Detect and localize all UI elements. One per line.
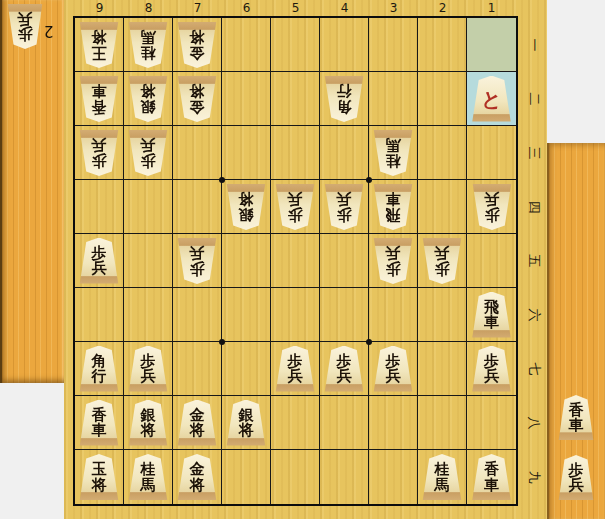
square-5五[interactable]	[271, 234, 320, 288]
square-3七[interactable]: 歩兵	[369, 342, 418, 396]
square-7七[interactable]	[173, 342, 222, 396]
piece-kanji: 歩兵	[141, 354, 156, 385]
piece-kanji: 飛車	[386, 191, 401, 222]
square-1九[interactable]: 香車	[467, 450, 516, 504]
square-7一[interactable]: 金将	[173, 18, 222, 72]
row-labels: 一二三四五六七八九	[520, 18, 546, 504]
square-9五[interactable]: 歩兵	[75, 234, 124, 288]
piece-sente-歩兵[interactable]: 歩兵	[558, 455, 594, 500]
piece-kanji: 桂馬	[141, 29, 156, 60]
square-4五[interactable]	[320, 234, 369, 288]
square-3六[interactable]	[369, 288, 418, 342]
column-labels: 987654321	[75, 0, 516, 17]
square-7八[interactable]: 金将	[173, 396, 222, 450]
gote-hand-tray: 歩兵2	[0, 0, 64, 383]
piece-kanji: 香車	[569, 403, 584, 434]
square-1三[interactable]	[467, 126, 516, 180]
piece-kanji: 角行	[92, 354, 107, 385]
star-point	[366, 177, 372, 183]
piece-sente-飛車[interactable]: 飛車	[472, 292, 512, 338]
piece-gote-歩兵[interactable]: 歩兵	[422, 238, 462, 284]
piece-kanji: 金将	[190, 83, 205, 114]
square-1五[interactable]	[467, 234, 516, 288]
piece-gote-歩兵[interactable]: 歩兵	[79, 130, 119, 176]
square-9二[interactable]: 香車	[75, 72, 124, 126]
square-2七[interactable]	[418, 342, 467, 396]
piece-sente-香車[interactable]: 香車	[472, 454, 512, 500]
piece-gote-歩兵[interactable]: 歩兵	[177, 238, 217, 284]
piece-kanji: 香車	[484, 462, 499, 493]
piece-kanji: 歩兵	[92, 246, 107, 277]
square-4三[interactable]	[320, 126, 369, 180]
star-point	[219, 177, 225, 183]
square-2四[interactable]	[418, 180, 467, 234]
piece-kanji: 桂馬	[141, 462, 156, 493]
shogi-board: 987654321 王将桂馬金将香車銀将金将角行と歩兵歩兵桂馬銀将歩兵歩兵飛車歩…	[64, 0, 547, 519]
square-8六[interactable]	[124, 288, 173, 342]
piece-kanji: 歩兵	[386, 245, 401, 276]
piece-kanji: 香車	[92, 83, 107, 114]
star-point	[219, 339, 225, 345]
square-3三[interactable]: 桂馬	[369, 126, 418, 180]
square-3五[interactable]: 歩兵	[369, 234, 418, 288]
square-8二[interactable]: 銀将	[124, 72, 173, 126]
piece-kanji: 桂馬	[435, 462, 450, 493]
square-4四[interactable]: 歩兵	[320, 180, 369, 234]
piece-kanji: 桂馬	[386, 137, 401, 168]
piece-kanji: 歩兵	[190, 245, 205, 276]
square-4九[interactable]	[320, 450, 369, 504]
piece-kanji: 銀将	[141, 83, 156, 114]
piece-gote-飛車[interactable]: 飛車	[373, 184, 413, 230]
star-point	[366, 339, 372, 345]
piece-sente-歩兵[interactable]: 歩兵	[324, 346, 364, 392]
square-9九[interactable]: 玉将	[75, 450, 124, 504]
square-4六[interactable]	[320, 288, 369, 342]
piece-kanji: 飛車	[484, 300, 499, 331]
piece-kanji: 角行	[337, 83, 352, 114]
square-5七[interactable]: 歩兵	[271, 342, 320, 396]
square-7二[interactable]: 金将	[173, 72, 222, 126]
piece-sente-歩兵[interactable]: 歩兵	[275, 346, 315, 392]
square-3四[interactable]: 飛車	[369, 180, 418, 234]
hand-count: 2	[44, 22, 54, 40]
piece-gote-金将[interactable]: 金将	[177, 76, 217, 122]
piece-gote-桂馬[interactable]: 桂馬	[128, 22, 168, 68]
row-label-一: 一	[520, 18, 546, 72]
shogi-app: 歩兵2 987654321 王将桂馬金将香車銀将金将角行と歩兵歩兵桂馬銀将歩兵歩…	[0, 0, 605, 519]
piece-sente-桂馬[interactable]: 桂馬	[422, 454, 462, 500]
square-6九[interactable]	[222, 450, 271, 504]
piece-gote-桂馬[interactable]: 桂馬	[373, 130, 413, 176]
piece-kanji: 歩兵	[288, 191, 303, 222]
piece-kanji: 歩兵	[386, 354, 401, 385]
square-8九[interactable]: 桂馬	[124, 450, 173, 504]
square-3一[interactable]	[369, 18, 418, 72]
square-2五[interactable]: 歩兵	[418, 234, 467, 288]
square-6二[interactable]	[222, 72, 271, 126]
piece-kanji: 歩兵	[435, 245, 450, 276]
piece-sente-香車[interactable]: 香車	[558, 395, 594, 440]
piece-sente-銀将[interactable]: 銀将	[128, 400, 168, 446]
row-label-六: 六	[520, 288, 546, 342]
board-grid: 王将桂馬金将香車銀将金将角行と歩兵歩兵桂馬銀将歩兵歩兵飛車歩兵歩兵歩兵歩兵歩兵飛…	[73, 16, 518, 506]
piece-gote-王将[interactable]: 王将	[79, 22, 119, 68]
column-label-3: 3	[369, 0, 418, 17]
piece-kanji: 歩兵	[484, 354, 499, 385]
row-label-五: 五	[520, 234, 546, 288]
piece-gote-歩兵[interactable]: 歩兵	[275, 184, 315, 230]
piece-kanji: 歩兵	[92, 137, 107, 168]
piece-kanji: 銀将	[239, 191, 254, 222]
square-5九[interactable]	[271, 450, 320, 504]
piece-sente-香車[interactable]: 香車	[79, 400, 119, 446]
square-7六[interactable]	[173, 288, 222, 342]
square-8一[interactable]: 桂馬	[124, 18, 173, 72]
square-1八[interactable]	[467, 396, 516, 450]
square-6六[interactable]	[222, 288, 271, 342]
square-6五[interactable]	[222, 234, 271, 288]
piece-kanji: 銀将	[239, 408, 254, 439]
square-8三[interactable]: 歩兵	[124, 126, 173, 180]
square-7五[interactable]: 歩兵	[173, 234, 222, 288]
column-label-5: 5	[271, 0, 320, 17]
square-5三[interactable]	[271, 126, 320, 180]
square-6四[interactable]: 銀将	[222, 180, 271, 234]
square-5六[interactable]	[271, 288, 320, 342]
square-9七[interactable]: 角行	[75, 342, 124, 396]
piece-sente-歩兵[interactable]: 歩兵	[79, 238, 119, 284]
square-9四[interactable]	[75, 180, 124, 234]
piece-kanji: 歩兵	[484, 191, 499, 222]
square-1六[interactable]: 飛車	[467, 288, 516, 342]
square-8八[interactable]: 銀将	[124, 396, 173, 450]
piece-gote-香車[interactable]: 香車	[79, 76, 119, 122]
square-8七[interactable]: 歩兵	[124, 342, 173, 396]
row-label-九: 九	[520, 450, 546, 504]
piece-gote-金将[interactable]: 金将	[177, 22, 217, 68]
piece-kanji: 歩兵	[288, 354, 303, 385]
square-3九[interactable]	[369, 450, 418, 504]
square-9八[interactable]: 香車	[75, 396, 124, 450]
square-3二[interactable]	[369, 72, 418, 126]
row-label-四: 四	[520, 180, 546, 234]
row-label-七: 七	[520, 342, 546, 396]
piece-gote-歩兵[interactable]: 歩兵	[128, 130, 168, 176]
piece-kanji: 金将	[190, 29, 205, 60]
sente-hand-tray: 香車歩兵	[547, 143, 605, 519]
piece-kanji: 玉将	[92, 462, 107, 493]
square-1四[interactable]: 歩兵	[467, 180, 516, 234]
square-7九[interactable]: 金将	[173, 450, 222, 504]
column-label-2: 2	[418, 0, 467, 17]
piece-sente-角行[interactable]: 角行	[79, 346, 119, 392]
square-5二[interactable]	[271, 72, 320, 126]
square-1一[interactable]	[467, 18, 516, 72]
square-4七[interactable]: 歩兵	[320, 342, 369, 396]
square-5八[interactable]	[271, 396, 320, 450]
row-label-二: 二	[520, 72, 546, 126]
piece-kanji: 香車	[92, 408, 107, 439]
row-label-三: 三	[520, 126, 546, 180]
piece-sente-金将[interactable]: 金将	[177, 454, 217, 500]
row-label-八: 八	[520, 396, 546, 450]
square-4二[interactable]: 角行	[320, 72, 369, 126]
square-3八[interactable]	[369, 396, 418, 450]
column-label-4: 4	[320, 0, 369, 17]
piece-sente-と[interactable]: と	[472, 76, 512, 122]
piece-kanji: 王将	[92, 29, 107, 60]
square-8五[interactable]	[124, 234, 173, 288]
piece-kanji: 銀将	[141, 408, 156, 439]
square-2一[interactable]	[418, 18, 467, 72]
square-9一[interactable]: 王将	[75, 18, 124, 72]
square-1二[interactable]: と	[467, 72, 516, 126]
piece-kanji: と	[481, 89, 501, 110]
piece-kanji: 歩兵	[141, 137, 156, 168]
piece-gote-銀将[interactable]: 銀将	[226, 184, 266, 230]
piece-kanji: 歩兵	[18, 11, 33, 42]
square-6一[interactable]	[222, 18, 271, 72]
square-2三[interactable]	[418, 126, 467, 180]
column-label-9: 9	[75, 0, 124, 17]
piece-gote-角行[interactable]: 角行	[324, 76, 364, 122]
square-4一[interactable]	[320, 18, 369, 72]
square-4八[interactable]	[320, 396, 369, 450]
column-label-6: 6	[222, 0, 271, 17]
square-6三[interactable]	[222, 126, 271, 180]
square-6八[interactable]: 銀将	[222, 396, 271, 450]
piece-sente-桂馬[interactable]: 桂馬	[128, 454, 168, 500]
piece-sente-歩兵[interactable]: 歩兵	[128, 346, 168, 392]
piece-gote-歩兵[interactable]: 歩兵	[324, 184, 364, 230]
piece-sente-玉将[interactable]: 玉将	[79, 454, 119, 500]
piece-kanji: 歩兵	[569, 463, 584, 494]
square-2六[interactable]	[418, 288, 467, 342]
piece-kanji: 歩兵	[337, 354, 352, 385]
piece-kanji: 歩兵	[337, 191, 352, 222]
piece-gote-銀将[interactable]: 銀将	[128, 76, 168, 122]
piece-gote-歩兵[interactable]: 歩兵	[472, 184, 512, 230]
square-9三[interactable]: 歩兵	[75, 126, 124, 180]
piece-kanji: 金将	[190, 408, 205, 439]
piece-sente-歩兵[interactable]: 歩兵	[472, 346, 512, 392]
square-7四[interactable]	[173, 180, 222, 234]
piece-gote-歩兵[interactable]: 歩兵	[7, 4, 43, 49]
piece-sente-金将[interactable]: 金将	[177, 400, 217, 446]
square-1七[interactable]: 歩兵	[467, 342, 516, 396]
square-2八[interactable]	[418, 396, 467, 450]
square-2九[interactable]: 桂馬	[418, 450, 467, 504]
square-5一[interactable]	[271, 18, 320, 72]
column-label-1: 1	[467, 0, 516, 17]
column-label-7: 7	[173, 0, 222, 17]
square-5四[interactable]: 歩兵	[271, 180, 320, 234]
piece-kanji: 金将	[190, 462, 205, 493]
square-2二[interactable]	[418, 72, 467, 126]
square-8四[interactable]	[124, 180, 173, 234]
square-9六[interactable]	[75, 288, 124, 342]
square-7三[interactable]	[173, 126, 222, 180]
square-6七[interactable]	[222, 342, 271, 396]
piece-sente-歩兵[interactable]: 歩兵	[373, 346, 413, 392]
piece-gote-歩兵[interactable]: 歩兵	[373, 238, 413, 284]
column-label-8: 8	[124, 0, 173, 17]
piece-sente-銀将[interactable]: 銀将	[226, 400, 266, 446]
